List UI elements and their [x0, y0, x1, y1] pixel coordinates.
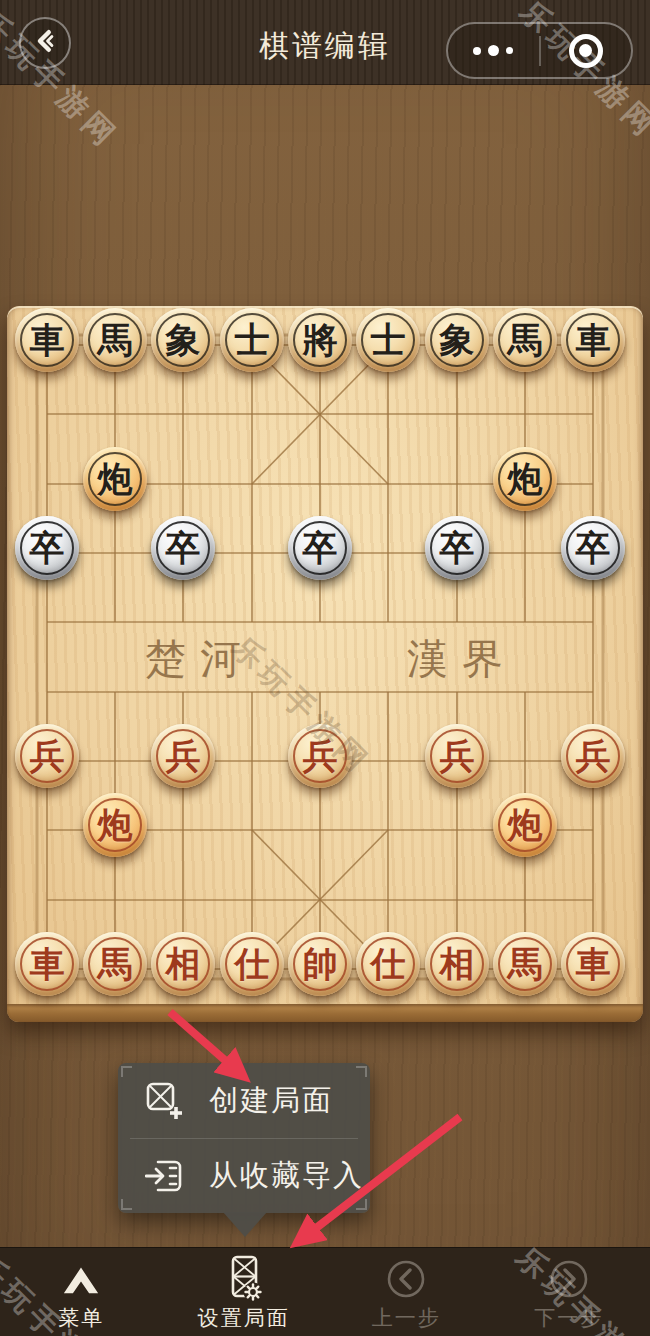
- piece-車-black[interactable]: 車: [561, 308, 625, 372]
- piece-兵-red[interactable]: 兵: [15, 724, 79, 788]
- piece-character: 馬: [98, 322, 133, 357]
- piece-character: 兵: [440, 738, 475, 773]
- piece-仕-red[interactable]: 仕: [356, 932, 420, 996]
- create-board-icon: [145, 1081, 185, 1121]
- piece-character: 士: [235, 322, 270, 357]
- piece-character: 仕: [371, 946, 406, 981]
- prev-step-icon: [384, 1255, 428, 1303]
- piece-炮-red[interactable]: 炮: [83, 793, 147, 857]
- piece-character: 炮: [508, 461, 543, 496]
- popup-item-create-position[interactable]: 创建局面: [118, 1063, 370, 1138]
- piece-character: 卒: [576, 530, 611, 565]
- app-screen: 棋谱编辑 楚河 漢界 車馬象士將士象馬車炮炮卒卒卒卒卒兵兵兵兵兵炮炮車馬相仕帥仕…: [0, 0, 650, 1336]
- piece-卒-black[interactable]: 卒: [561, 516, 625, 580]
- piece-character: 卒: [440, 530, 475, 565]
- piece-將-black[interactable]: 將: [288, 308, 352, 372]
- piece-character: 卒: [166, 530, 201, 565]
- piece-仕-red[interactable]: 仕: [220, 932, 284, 996]
- piece-character: 炮: [98, 807, 133, 842]
- piece-character: 兵: [30, 738, 65, 773]
- piece-馬-red[interactable]: 馬: [493, 932, 557, 996]
- piece-character: 帥: [303, 946, 338, 981]
- piece-character: 馬: [508, 946, 543, 981]
- more-dots-icon[interactable]: [448, 24, 539, 77]
- piece-炮-black[interactable]: 炮: [493, 447, 557, 511]
- piece-馬-black[interactable]: 馬: [493, 308, 557, 372]
- toolbar-set-position-button[interactable]: 设置局面: [163, 1248, 326, 1336]
- piece-車-black[interactable]: 車: [15, 308, 79, 372]
- piece-卒-black[interactable]: 卒: [15, 516, 79, 580]
- piece-兵-red[interactable]: 兵: [151, 724, 215, 788]
- piece-馬-black[interactable]: 馬: [83, 308, 147, 372]
- piece-character: 兵: [303, 738, 338, 773]
- piece-character: 相: [166, 946, 201, 981]
- miniprogram-capsule: [446, 22, 633, 79]
- popup-item-import-from-collection[interactable]: 从收藏导入: [118, 1138, 370, 1213]
- toolbar-prev-step-button[interactable]: 上一步: [325, 1248, 488, 1336]
- piece-character: 象: [440, 322, 475, 357]
- record-circle-icon[interactable]: [541, 24, 632, 77]
- piece-character: 車: [30, 946, 65, 981]
- piece-character: 兵: [166, 738, 201, 773]
- piece-相-red[interactable]: 相: [151, 932, 215, 996]
- river-label-right: 漢界: [390, 632, 520, 687]
- header-bar: 棋谱编辑: [0, 0, 650, 85]
- piece-character: 兵: [576, 738, 611, 773]
- piece-character: 卒: [30, 530, 65, 565]
- piece-車-red[interactable]: 車: [561, 932, 625, 996]
- piece-馬-red[interactable]: 馬: [83, 932, 147, 996]
- piece-character: 炮: [508, 807, 543, 842]
- piece-象-black[interactable]: 象: [425, 308, 489, 372]
- import-collection-icon: [145, 1156, 185, 1196]
- piece-character: 仕: [235, 946, 270, 981]
- board-gear-icon: [220, 1255, 268, 1303]
- piece-character: 相: [440, 946, 475, 981]
- piece-士-black[interactable]: 士: [220, 308, 284, 372]
- piece-character: 士: [371, 322, 406, 357]
- piece-卒-black[interactable]: 卒: [425, 516, 489, 580]
- popup-item-label: 创建局面: [209, 1081, 333, 1121]
- set-position-popup: 创建局面 从收藏导入: [118, 1063, 370, 1213]
- piece-character: 將: [303, 322, 338, 357]
- river-label-left: 楚河: [128, 632, 258, 687]
- piece-character: 卒: [303, 530, 338, 565]
- piece-帥-red[interactable]: 帥: [288, 932, 352, 996]
- piece-兵-red[interactable]: 兵: [425, 724, 489, 788]
- piece-士-black[interactable]: 士: [356, 308, 420, 372]
- piece-兵-red[interactable]: 兵: [288, 724, 352, 788]
- piece-character: 馬: [98, 946, 133, 981]
- piece-相-red[interactable]: 相: [425, 932, 489, 996]
- piece-character: 炮: [98, 461, 133, 496]
- piece-character: 馬: [508, 322, 543, 357]
- piece-character: 車: [576, 946, 611, 981]
- next-step-icon: [547, 1255, 591, 1303]
- toolbar-next-step-button[interactable]: 下一步: [488, 1248, 650, 1336]
- piece-卒-black[interactable]: 卒: [151, 516, 215, 580]
- piece-character: 車: [30, 322, 65, 357]
- popup-item-label: 从收藏导入: [209, 1156, 364, 1196]
- bottom-toolbar: 菜单: [0, 1247, 650, 1336]
- toolbar-menu-button[interactable]: 菜单: [0, 1248, 163, 1336]
- menu-icon: [58, 1255, 104, 1303]
- xiangqi-board[interactable]: [7, 306, 643, 1022]
- piece-卒-black[interactable]: 卒: [288, 516, 352, 580]
- piece-兵-red[interactable]: 兵: [561, 724, 625, 788]
- board-grid: [7, 306, 643, 1006]
- piece-車-red[interactable]: 車: [15, 932, 79, 996]
- piece-炮-black[interactable]: 炮: [83, 447, 147, 511]
- piece-炮-red[interactable]: 炮: [493, 793, 557, 857]
- piece-character: 象: [166, 322, 201, 357]
- piece-character: 車: [576, 322, 611, 357]
- piece-象-black[interactable]: 象: [151, 308, 215, 372]
